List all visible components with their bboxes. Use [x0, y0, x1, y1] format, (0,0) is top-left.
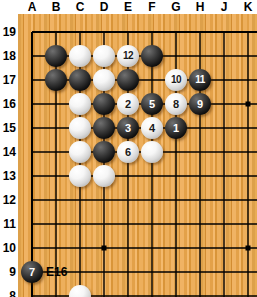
stone-e17[interactable] — [117, 69, 139, 91]
stone-d15[interactable] — [93, 117, 115, 139]
col-label-H: H — [191, 0, 209, 14]
stone-c15[interactable] — [69, 117, 91, 139]
col-label-J: J — [215, 0, 233, 14]
row-label-9: 9 — [0, 265, 16, 279]
go-board-diagram[interactable]: ABCDEFGHJK1918171615141312111098 1210112… — [0, 0, 257, 297]
stone-b18[interactable] — [45, 45, 67, 67]
move-number: 12 — [117, 45, 139, 67]
stone-e16[interactable]: 2 — [117, 93, 139, 115]
stone-g16[interactable]: 8 — [165, 93, 187, 115]
move-number: 9 — [189, 93, 211, 115]
stone-h16[interactable]: 9 — [189, 93, 211, 115]
stone-e18[interactable]: 12 — [117, 45, 139, 67]
row-label-12: 12 — [0, 193, 16, 207]
col-label-F: F — [143, 0, 161, 14]
stone-e14[interactable]: 6 — [117, 141, 139, 163]
col-label-A: A — [23, 0, 41, 14]
row-label-15: 15 — [0, 121, 16, 135]
stone-c14[interactable] — [69, 141, 91, 163]
hoshi-D10 — [102, 246, 107, 251]
col-label-K: K — [239, 0, 257, 14]
stone-e15[interactable]: 3 — [117, 117, 139, 139]
stone-c16[interactable] — [69, 93, 91, 115]
move-annotation-text: E16 — [46, 265, 67, 279]
move-number: 2 — [117, 93, 139, 115]
stone-d18[interactable] — [93, 45, 115, 67]
move-number: 5 — [141, 93, 163, 115]
hoshi-K10 — [246, 246, 251, 251]
row-label-18: 18 — [0, 49, 16, 63]
stone-f18[interactable] — [141, 45, 163, 67]
move-number: 1 — [165, 117, 187, 139]
stone-g17[interactable]: 10 — [165, 69, 187, 91]
stone-c18[interactable] — [69, 45, 91, 67]
move-number: 3 — [117, 117, 139, 139]
hoshi-K16 — [246, 102, 251, 107]
col-label-D: D — [95, 0, 113, 14]
stone-a9[interactable]: 7 — [21, 261, 43, 283]
stone-f15[interactable]: 4 — [141, 117, 163, 139]
stone-c17[interactable] — [69, 69, 91, 91]
move-number: 7 — [21, 261, 43, 283]
stone-d13[interactable] — [93, 165, 115, 187]
row-label-17: 17 — [0, 73, 16, 87]
stone-d16[interactable] — [93, 93, 115, 115]
move-number: 11 — [189, 69, 211, 91]
row-label-11: 11 — [0, 217, 16, 231]
move-number: 6 — [117, 141, 139, 163]
row-label-14: 14 — [0, 145, 16, 159]
stone-g15[interactable]: 1 — [165, 117, 187, 139]
stone-d17[interactable] — [93, 69, 115, 91]
row-label-8: 8 — [0, 289, 16, 297]
col-label-B: B — [47, 0, 65, 14]
col-label-C: C — [71, 0, 89, 14]
move-number: 4 — [141, 117, 163, 139]
move-number: 8 — [165, 93, 187, 115]
stone-h17[interactable]: 11 — [189, 69, 211, 91]
col-label-E: E — [119, 0, 137, 14]
move-number: 10 — [165, 69, 187, 91]
row-label-19: 19 — [0, 25, 16, 39]
row-label-10: 10 — [0, 241, 16, 255]
col-label-G: G — [167, 0, 185, 14]
stone-f16[interactable]: 5 — [141, 93, 163, 115]
stone-c13[interactable] — [69, 165, 91, 187]
stone-d14[interactable] — [93, 141, 115, 163]
row-label-16: 16 — [0, 97, 16, 111]
stone-b17[interactable] — [45, 69, 67, 91]
stone-f14[interactable] — [141, 141, 163, 163]
row-label-13: 13 — [0, 169, 16, 183]
